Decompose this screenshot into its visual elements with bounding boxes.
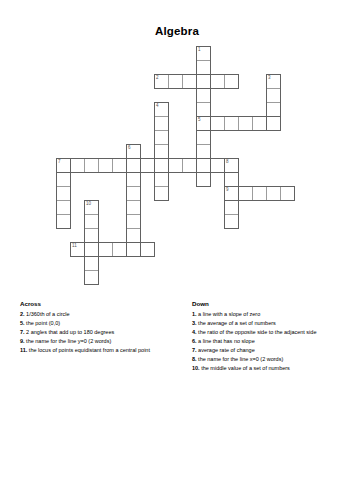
grid-cell[interactable] bbox=[266, 102, 281, 117]
grid-cell[interactable] bbox=[266, 88, 281, 103]
clue-text: the locus of points equidistant from a c… bbox=[27, 347, 150, 353]
grid-cell[interactable] bbox=[140, 158, 155, 173]
grid-cell[interactable] bbox=[84, 158, 99, 173]
across-clue-list: 2. 1/360th of a circle5. the point (0,0)… bbox=[20, 310, 188, 355]
down-clues-column: Down 1. a line with a slope of zero3. th… bbox=[192, 300, 350, 373]
grid-cell[interactable] bbox=[56, 200, 71, 215]
grid-cell[interactable] bbox=[224, 74, 239, 89]
clue-text: average rate of change bbox=[197, 347, 255, 353]
grid-cell[interactable]: 3 bbox=[266, 74, 281, 89]
cell-number: 6 bbox=[128, 145, 131, 150]
cell-number: 3 bbox=[268, 75, 271, 80]
grid-cell[interactable] bbox=[196, 158, 211, 173]
grid-cell[interactable] bbox=[98, 158, 113, 173]
clue-text: the name for the line x=0 (2 words) bbox=[197, 356, 284, 362]
grid-cell[interactable] bbox=[126, 214, 141, 229]
grid-cell[interactable] bbox=[126, 242, 141, 257]
clue-text: the ratio of the opposite side to the ad… bbox=[197, 329, 317, 335]
grid-cell[interactable]: 8 bbox=[224, 158, 239, 173]
grid-cell[interactable] bbox=[196, 74, 211, 89]
grid-cell[interactable] bbox=[84, 270, 99, 285]
grid-cell[interactable]: 9 bbox=[224, 186, 239, 201]
grid-cell[interactable]: 4 bbox=[154, 102, 169, 117]
grid-cell[interactable] bbox=[56, 172, 71, 187]
grid-cell[interactable] bbox=[196, 130, 211, 145]
clue-number: 10. bbox=[192, 365, 200, 371]
page: { "game": "crossword", "title": "Algebra… bbox=[0, 0, 354, 500]
cell-number: 5 bbox=[198, 117, 201, 122]
grid-cell[interactable] bbox=[196, 102, 211, 117]
clue-item: 8. the name for the line x=0 (2 words) bbox=[192, 355, 350, 364]
grid-cell[interactable] bbox=[210, 74, 225, 89]
grid-cell[interactable]: 10 bbox=[84, 200, 99, 215]
across-header: Across bbox=[20, 300, 188, 307]
clue-item: 11. the locus of points equidistant from… bbox=[20, 346, 188, 355]
grid-cell[interactable] bbox=[280, 186, 295, 201]
clue-text: the average of a set of numbers bbox=[197, 320, 276, 326]
grid-cell[interactable] bbox=[196, 172, 211, 187]
grid-cell[interactable] bbox=[168, 74, 183, 89]
crossword-grid: 1523467891011 bbox=[56, 46, 296, 286]
clue-item: 2. 1/360th of a circle bbox=[20, 310, 188, 319]
grid-cell[interactable] bbox=[238, 186, 253, 201]
across-clues-column: Across 2. 1/360th of a circle5. the poin… bbox=[20, 300, 188, 355]
grid-cell[interactable] bbox=[182, 74, 197, 89]
grid-cell[interactable] bbox=[252, 186, 267, 201]
clue-item: 10. the middle value of a set of numbers bbox=[192, 364, 350, 373]
clue-item: 6. a line that has no slope bbox=[192, 337, 350, 346]
grid-cell[interactable]: 5 bbox=[196, 116, 211, 131]
grid-cell[interactable] bbox=[56, 214, 71, 229]
grid-cell[interactable]: 11 bbox=[70, 242, 85, 257]
grid-cell[interactable]: 7 bbox=[56, 158, 71, 173]
clue-text: the name for the line y=0 (2 words) bbox=[25, 338, 112, 344]
clue-text: a line that has no slope bbox=[197, 338, 255, 344]
grid-cell[interactable] bbox=[126, 186, 141, 201]
grid-cell[interactable] bbox=[126, 158, 141, 173]
grid-cell[interactable] bbox=[126, 172, 141, 187]
grid-cell[interactable] bbox=[210, 158, 225, 173]
grid-cell[interactable] bbox=[84, 242, 99, 257]
grid-cell[interactable] bbox=[224, 214, 239, 229]
grid-cell[interactable] bbox=[154, 172, 169, 187]
clue-item: 5. the point (0,0) bbox=[20, 319, 188, 328]
grid-cell[interactable] bbox=[84, 228, 99, 243]
grid-cell[interactable] bbox=[182, 158, 197, 173]
clue-text: a line with a slope of zero bbox=[197, 311, 261, 317]
grid-cell[interactable] bbox=[112, 242, 127, 257]
grid-cell[interactable] bbox=[252, 116, 267, 131]
down-header: Down bbox=[192, 300, 350, 307]
clue-text: the middle value of a set of numbers bbox=[200, 365, 290, 371]
clue-text: 2 angles that add up to 180 degrees bbox=[25, 329, 115, 335]
grid-cell[interactable] bbox=[112, 158, 127, 173]
cell-number: 2 bbox=[156, 75, 159, 80]
clue-item: 3. the average of a set of numbers bbox=[192, 319, 350, 328]
grid-cell[interactable] bbox=[196, 88, 211, 103]
grid-cell[interactable] bbox=[154, 144, 169, 159]
cell-number: 10 bbox=[86, 201, 91, 206]
puzzle-title: Algebra bbox=[0, 25, 354, 37]
grid-cell[interactable] bbox=[196, 144, 211, 159]
cell-number: 11 bbox=[72, 243, 77, 248]
grid-cell[interactable] bbox=[84, 214, 99, 229]
grid-cell[interactable] bbox=[154, 130, 169, 145]
cell-number: 7 bbox=[58, 159, 61, 164]
clue-text: the point (0,0) bbox=[25, 320, 60, 326]
cell-number: 9 bbox=[226, 187, 229, 192]
grid-cell[interactable] bbox=[224, 200, 239, 215]
grid-cell[interactable] bbox=[266, 186, 281, 201]
grid-cell[interactable] bbox=[168, 158, 183, 173]
grid-cell[interactable]: 6 bbox=[126, 144, 141, 159]
grid-cell[interactable] bbox=[140, 242, 155, 257]
clue-item: 7. average rate of change bbox=[192, 346, 350, 355]
grid-cell[interactable] bbox=[126, 200, 141, 215]
grid-cell[interactable] bbox=[224, 116, 239, 131]
grid-cell[interactable] bbox=[70, 158, 85, 173]
grid-cell[interactable] bbox=[210, 116, 225, 131]
grid-cell[interactable] bbox=[266, 116, 281, 131]
clue-item: 7. 2 angles that add up to 180 degrees bbox=[20, 328, 188, 337]
grid-cell[interactable] bbox=[154, 116, 169, 131]
grid-cell[interactable] bbox=[98, 242, 113, 257]
grid-cell[interactable] bbox=[154, 158, 169, 173]
grid-cell[interactable] bbox=[84, 256, 99, 271]
clue-item: 1. a line with a slope of zero bbox=[192, 310, 350, 319]
cell-number: 1 bbox=[198, 47, 201, 52]
cell-number: 8 bbox=[226, 159, 229, 164]
grid-cell[interactable] bbox=[238, 116, 253, 131]
grid-cell[interactable] bbox=[154, 186, 169, 201]
cell-number: 4 bbox=[156, 103, 159, 108]
grid-cell[interactable] bbox=[224, 172, 239, 187]
grid-cell[interactable] bbox=[56, 186, 71, 201]
grid-cell[interactable] bbox=[126, 228, 141, 243]
grid-cell[interactable] bbox=[196, 60, 211, 75]
clue-item: 9. the name for the line y=0 (2 words) bbox=[20, 337, 188, 346]
grid-cell[interactable]: 2 bbox=[154, 74, 169, 89]
down-clue-list: 1. a line with a slope of zero3. the ave… bbox=[192, 310, 350, 373]
clue-text: 1/360th of a circle bbox=[25, 311, 70, 317]
clue-item: 4. the ratio of the opposite side to the… bbox=[192, 328, 350, 337]
grid-cell[interactable]: 1 bbox=[196, 46, 211, 61]
